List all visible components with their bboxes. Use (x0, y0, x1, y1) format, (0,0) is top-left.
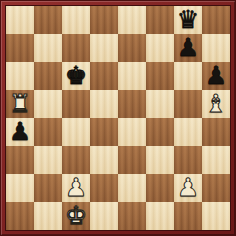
piece-white-bishop: ♝ (205, 90, 227, 118)
piece-white-rook: ♜ (9, 90, 31, 118)
square-e2[interactable] (118, 174, 146, 202)
square-d3[interactable] (90, 146, 118, 174)
square-f2[interactable] (146, 174, 174, 202)
square-a7[interactable] (6, 34, 34, 62)
square-d5[interactable] (90, 90, 118, 118)
square-b2[interactable] (34, 174, 62, 202)
piece-black-pawn: ♟ (9, 118, 31, 146)
square-a2[interactable] (6, 174, 34, 202)
square-c1[interactable]: ♚ (62, 202, 90, 230)
square-c3[interactable] (62, 146, 90, 174)
square-e3[interactable] (118, 146, 146, 174)
board-frame: ♛♟♚♟♜♝♟♟♟♚ (0, 0, 236, 236)
square-d8[interactable] (90, 6, 118, 34)
chess-board: ♛♟♚♟♜♝♟♟♟♚ (5, 5, 231, 231)
square-c7[interactable] (62, 34, 90, 62)
square-g3[interactable] (174, 146, 202, 174)
square-g8[interactable]: ♛ (174, 6, 202, 34)
square-g7[interactable]: ♟ (174, 34, 202, 62)
square-a8[interactable] (6, 6, 34, 34)
square-c4[interactable] (62, 118, 90, 146)
square-f4[interactable] (146, 118, 174, 146)
piece-white-king: ♚ (65, 202, 87, 230)
square-e7[interactable] (118, 34, 146, 62)
square-f8[interactable] (146, 6, 174, 34)
square-d4[interactable] (90, 118, 118, 146)
square-e5[interactable] (118, 90, 146, 118)
square-g5[interactable] (174, 90, 202, 118)
square-g4[interactable] (174, 118, 202, 146)
piece-black-pawn: ♟ (205, 62, 227, 90)
square-b6[interactable] (34, 62, 62, 90)
square-c2[interactable]: ♟ (62, 174, 90, 202)
square-h7[interactable] (202, 34, 230, 62)
square-d2[interactable] (90, 174, 118, 202)
square-h5[interactable]: ♝ (202, 90, 230, 118)
square-a6[interactable] (6, 62, 34, 90)
square-f1[interactable] (146, 202, 174, 230)
square-f3[interactable] (146, 146, 174, 174)
square-b3[interactable] (34, 146, 62, 174)
square-c5[interactable] (62, 90, 90, 118)
square-a5[interactable]: ♜ (6, 90, 34, 118)
piece-black-pawn: ♟ (177, 34, 199, 62)
square-g2[interactable]: ♟ (174, 174, 202, 202)
square-h4[interactable] (202, 118, 230, 146)
piece-black-king: ♚ (65, 62, 87, 90)
square-g1[interactable] (174, 202, 202, 230)
piece-white-pawn: ♟ (65, 174, 87, 202)
square-h8[interactable] (202, 6, 230, 34)
square-e1[interactable] (118, 202, 146, 230)
square-c6[interactable]: ♚ (62, 62, 90, 90)
square-e6[interactable] (118, 62, 146, 90)
square-h1[interactable] (202, 202, 230, 230)
square-h2[interactable] (202, 174, 230, 202)
square-a4[interactable]: ♟ (6, 118, 34, 146)
square-g6[interactable] (174, 62, 202, 90)
square-c8[interactable] (62, 6, 90, 34)
square-h3[interactable] (202, 146, 230, 174)
square-a3[interactable] (6, 146, 34, 174)
square-d7[interactable] (90, 34, 118, 62)
square-e8[interactable] (118, 6, 146, 34)
square-b5[interactable] (34, 90, 62, 118)
square-b7[interactable] (34, 34, 62, 62)
square-b1[interactable] (34, 202, 62, 230)
square-b4[interactable] (34, 118, 62, 146)
piece-black-queen: ♛ (177, 6, 199, 34)
square-f6[interactable] (146, 62, 174, 90)
square-e4[interactable] (118, 118, 146, 146)
square-d6[interactable] (90, 62, 118, 90)
square-b8[interactable] (34, 6, 62, 34)
square-f5[interactable] (146, 90, 174, 118)
square-a1[interactable] (6, 202, 34, 230)
piece-white-pawn: ♟ (177, 174, 199, 202)
square-d1[interactable] (90, 202, 118, 230)
square-h6[interactable]: ♟ (202, 62, 230, 90)
square-f7[interactable] (146, 34, 174, 62)
